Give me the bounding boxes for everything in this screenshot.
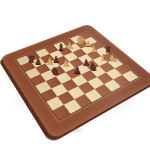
- piece-bP-h4: ♟: [34, 57, 42, 66]
- piece-wP-e2: ♟: [66, 43, 73, 51]
- piece-wP-e4: ♟: [62, 60, 70, 69]
- piece-wN-a3: ♞: [109, 54, 118, 64]
- piece-wP-c3: ♟: [90, 46, 97, 54]
- piece-bP-d4: ♟: [73, 65, 82, 75]
- piece-wB-b3: ♝: [99, 53, 108, 63]
- chess-set-product-photo: ♚♟♟♝♜♟♝♞♜♟♟♟♟♟♞♟♞: [0, 0, 150, 150]
- floor-reflection: [63, 127, 85, 133]
- piece-bN-g5: ♞: [50, 66, 60, 77]
- piece-bN-c5: ♞: [88, 61, 97, 71]
- piece-bB-f2: ♝: [57, 42, 66, 52]
